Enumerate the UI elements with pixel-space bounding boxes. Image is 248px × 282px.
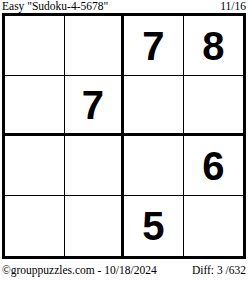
- cell-r2c4[interactable]: [184, 76, 244, 136]
- cell-r4c3[interactable]: 5: [124, 196, 184, 256]
- cell-r1c2[interactable]: [65, 16, 125, 76]
- sudoku-board: 7 8 7 6 5: [2, 13, 246, 259]
- cell-r3c3[interactable]: [124, 136, 184, 196]
- cell-r2c1[interactable]: [5, 76, 65, 136]
- difficulty-text: Diff: 3 /632: [192, 264, 246, 277]
- page-footer: ©grouppuzzles.com - 10/18/2024 Diff: 3 /…: [2, 264, 246, 277]
- cell-r1c4[interactable]: 8: [184, 16, 244, 76]
- page-number: 11/16: [220, 0, 246, 13]
- puzzle-page: Easy "Sudoku-4-5678" 11/16 7 8 7 6 5 ©gr…: [0, 0, 248, 282]
- cell-r3c4[interactable]: 6: [184, 136, 244, 196]
- cell-r2c2[interactable]: 7: [65, 76, 125, 136]
- cell-r1c1[interactable]: [5, 16, 65, 76]
- page-header: Easy "Sudoku-4-5678" 11/16: [2, 0, 246, 13]
- cell-r2c3[interactable]: [124, 76, 184, 136]
- copyright-text: ©grouppuzzles.com - 10/18/2024: [2, 264, 157, 277]
- cell-r3c1[interactable]: [5, 136, 65, 196]
- cell-r4c1[interactable]: [5, 196, 65, 256]
- cell-r4c2[interactable]: [65, 196, 125, 256]
- puzzle-title: Easy "Sudoku-4-5678": [2, 0, 108, 13]
- cell-r3c2[interactable]: [65, 136, 125, 196]
- cell-r4c4[interactable]: [184, 196, 244, 256]
- cell-r1c3[interactable]: 7: [124, 16, 184, 76]
